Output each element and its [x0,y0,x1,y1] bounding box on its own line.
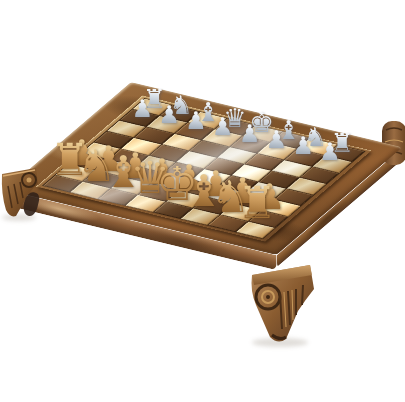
board-leg-front-icon [248,263,316,345]
chess-set-photo: ♜♞♝♛♚♝♞♜♟♟♟♟♟♟♟♟♟♟♟♟♟♟♟♟♜♞♝♛♚♝♞♜ [0,0,405,402]
chess-board [5,82,403,255]
